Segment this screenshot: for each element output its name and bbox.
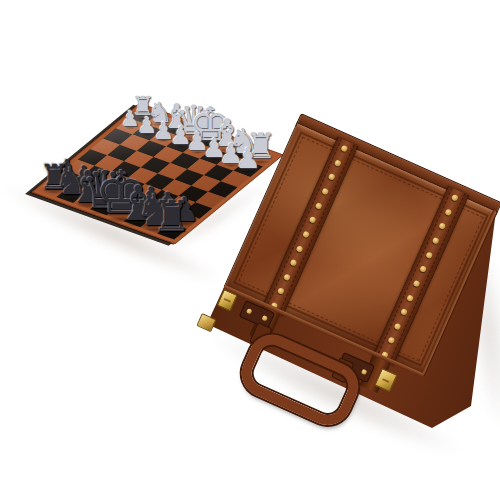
brass-stud	[451, 194, 459, 202]
brass-stud	[394, 322, 402, 330]
brass-stud	[387, 337, 395, 345]
brass-stud	[302, 230, 310, 238]
brass-stud	[425, 251, 433, 259]
chess-board	[32, 103, 284, 244]
brass-stud	[289, 259, 297, 267]
brass-stud	[334, 159, 342, 167]
brass-stud	[296, 245, 304, 253]
brass-stud	[419, 265, 427, 273]
brass-stud	[283, 273, 291, 281]
board-grid	[40, 108, 276, 240]
brass-stud	[406, 294, 414, 302]
brass-stud	[315, 202, 323, 210]
brass-stud	[277, 287, 285, 295]
brass-stud	[321, 187, 329, 195]
brass-stud	[340, 145, 348, 153]
brass-stud	[432, 237, 440, 245]
brass-stud	[328, 173, 336, 181]
brass-stud	[309, 216, 317, 224]
photo-scene: ♜♞♝♛♚♝♞♜♟♟♟♟♟♟♟♟♟♟♟♟♟♟♟♟♜♞♝♛♚♝♞♜	[0, 0, 500, 500]
brass-stud	[445, 208, 453, 216]
brass-stud	[438, 222, 446, 230]
brass-stud	[400, 308, 408, 316]
brass-stud	[413, 279, 421, 287]
